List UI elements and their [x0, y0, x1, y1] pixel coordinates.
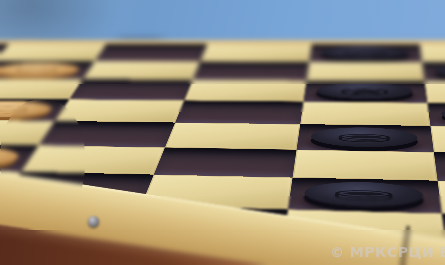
- light-piece: ⛀: [0, 62, 84, 76]
- dark-piece: ⛂: [433, 64, 445, 79]
- light-piece-glyph: ⛀: [11, 64, 63, 75]
- square-f3[interactable]: [292, 149, 437, 180]
- dark-piece-glyph: ⛂: [332, 184, 396, 204]
- square-d5[interactable]: [55, 99, 184, 122]
- watermark: © МРКСРЦИ ВОС: [330, 244, 445, 260]
- square-d4[interactable]: [39, 121, 175, 147]
- square-g8[interactable]: [419, 44, 445, 62]
- square-g7[interactable]: ⛂: [422, 62, 445, 82]
- square-e7[interactable]: [193, 61, 309, 80]
- square-g4[interactable]: [430, 126, 445, 154]
- square-g6[interactable]: [424, 81, 445, 103]
- dark-piece: ⛂: [310, 127, 419, 148]
- dark-piece: ⛂: [440, 105, 445, 124]
- light-piece: ⛀: [0, 100, 57, 117]
- dark-piece-glyph: ⛂: [335, 129, 392, 145]
- photo-stage: ⛀⛂⛂⛀⛀⛂⛀⛂⛂⛀⛀⛂⛀⛂⛂⛀⛀⛂⛀⛂⛂⛀⛀⛂ © МРКСРЦИ ВОС: [0, 0, 445, 265]
- square-e8[interactable]: [200, 44, 311, 61]
- dark-piece-glyph: ⛂: [339, 85, 391, 98]
- square-d6[interactable]: [70, 79, 193, 100]
- square-e4[interactable]: [165, 123, 300, 150]
- square-g5[interactable]: ⛂: [427, 103, 445, 128]
- hinge-clasp: [88, 216, 99, 227]
- square-d7[interactable]: [83, 61, 200, 80]
- square-c7[interactable]: ⛀: [0, 61, 95, 80]
- square-e6[interactable]: [184, 80, 306, 101]
- square-f6[interactable]: ⛂: [303, 81, 427, 103]
- square-d3[interactable]: [21, 145, 165, 175]
- light-piece-glyph: ⛀: [0, 102, 35, 115]
- dark-piece-glyph: ⛂: [341, 48, 388, 58]
- square-f8[interactable]: ⛂: [309, 44, 422, 62]
- dark-piece: ⛂: [303, 181, 425, 208]
- dark-piece: ⛂: [320, 46, 409, 59]
- square-f7[interactable]: [306, 62, 424, 82]
- dark-piece: ⛂: [316, 83, 414, 100]
- square-e5[interactable]: [175, 100, 303, 124]
- square-d8[interactable]: [95, 44, 207, 61]
- square-c8[interactable]: [0, 44, 106, 61]
- square-f5[interactable]: [300, 101, 430, 126]
- square-f4[interactable]: ⛂: [296, 124, 433, 152]
- light-piece: ⛀: [0, 146, 25, 168]
- square-e3[interactable]: [154, 147, 296, 177]
- square-f2[interactable]: ⛂: [288, 178, 441, 214]
